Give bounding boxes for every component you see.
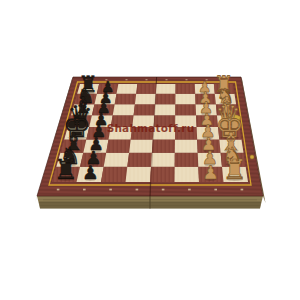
square-h6: [101, 167, 127, 182]
square-c4: [154, 104, 175, 115]
square-f5: [129, 139, 153, 152]
square-h3: [175, 167, 200, 182]
chess-set-photo: Shahmatoff.ru ♜♟♟♜♞♟♟♞♝♟♟♝♛♟♟♛♚♟♟♚♝♟♟♝♞♟…: [0, 0, 300, 300]
square-g3: [175, 153, 199, 167]
square-c6: [113, 104, 135, 115]
watermark-text: Shahmatoff.ru: [107, 122, 195, 134]
chess-scene: Shahmatoff.ru ♜♟♟♜♞♟♟♞♝♟♟♝♛♟♟♛♚♟♟♚♝♟♟♝♞♟…: [0, 0, 300, 300]
square-b5: [135, 94, 156, 104]
square-g5: [127, 153, 152, 167]
white-pawn-h2: ♟: [202, 162, 219, 183]
square-g4: [151, 153, 175, 167]
black-pawn-h7: ♟: [82, 162, 99, 183]
square-h5: [126, 167, 152, 182]
clasp-stud-icon: [250, 155, 254, 159]
square-a6: [117, 84, 138, 94]
square-g6: [104, 153, 129, 167]
square-b3: [175, 94, 195, 104]
square-a4: [156, 84, 176, 94]
coordinate-tick: [241, 189, 244, 191]
coordinate-tick: [136, 189, 139, 191]
coordinate-tick: [126, 79, 128, 80]
square-f6: [106, 139, 131, 152]
coordinate-tick: [166, 79, 168, 80]
square-c3: [175, 104, 196, 115]
black-rook-h8: ♜: [54, 153, 79, 185]
coordinate-tick: [109, 189, 112, 191]
square-a3: [176, 84, 196, 94]
coordinate-tick: [186, 79, 188, 80]
square-a5: [136, 84, 156, 94]
square-b4: [155, 94, 175, 104]
square-h4: [150, 167, 175, 182]
coordinate-tick: [162, 189, 165, 191]
coordinate-tick: [188, 189, 191, 191]
square-f3: [175, 139, 198, 152]
square-b6: [115, 94, 137, 104]
coordinate-tick: [83, 189, 86, 191]
square-f4: [152, 139, 175, 152]
white-rook-h1: ♜: [222, 153, 247, 185]
square-c5: [134, 104, 156, 115]
coordinate-tick: [57, 189, 60, 191]
coordinate-tick: [146, 79, 148, 80]
coordinate-tick: [214, 189, 217, 191]
